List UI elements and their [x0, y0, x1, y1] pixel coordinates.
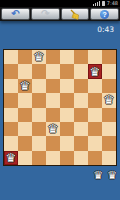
board-cell-r0c7[interactable]: [102, 50, 116, 64]
board-cell-r3c7[interactable]: ♛: [102, 93, 116, 107]
board-cell-r2c3[interactable]: [46, 79, 60, 93]
board-cell-r5c1[interactable]: [18, 122, 32, 136]
board-cell-r6c0[interactable]: [4, 136, 18, 150]
clear-board-button[interactable]: [61, 8, 90, 20]
timer: 0:43: [97, 25, 114, 34]
status-bar: 7:48: [0, 0, 120, 7]
board-cell-r4c7[interactable]: [102, 108, 116, 122]
board-cell-r1c0[interactable]: [4, 64, 18, 78]
board-cell-r2c5[interactable]: [74, 79, 88, 93]
queen-icon: ♛: [34, 50, 45, 64]
board-cell-r3c5[interactable]: [74, 93, 88, 107]
board-cell-r5c0[interactable]: [4, 122, 18, 136]
board-cell-r1c1[interactable]: [18, 64, 32, 78]
board-cell-r1c7[interactable]: [102, 64, 116, 78]
board-cell-r0c6[interactable]: [88, 50, 102, 64]
board-cell-r1c4[interactable]: [60, 64, 74, 78]
board-cell-r7c0[interactable]: ♛: [4, 151, 18, 165]
board-cell-r5c5[interactable]: [74, 122, 88, 136]
queen-icon: ♛: [104, 93, 115, 107]
battery-icon: [102, 1, 105, 6]
board-cell-r4c5[interactable]: [74, 108, 88, 122]
board-cell-r7c7[interactable]: [102, 151, 116, 165]
board-cell-r1c3[interactable]: [46, 64, 60, 78]
board-cell-r2c2[interactable]: [32, 79, 46, 93]
board-cell-r4c1[interactable]: [18, 108, 32, 122]
signal-icon: [93, 1, 100, 6]
board-cell-r3c2[interactable]: [32, 93, 46, 107]
app-screen: 7:48 ↶ ↷ ? 0:43 ♛♛♛♛♛♛ ♛♛: [0, 0, 120, 200]
board-cell-r6c3[interactable]: [46, 136, 60, 150]
board-cell-r4c2[interactable]: [32, 108, 46, 122]
board-cell-r5c7[interactable]: [102, 122, 116, 136]
board-cell-r7c6[interactable]: [88, 151, 102, 165]
board-cell-r0c4[interactable]: [60, 50, 74, 64]
board-cell-r3c0[interactable]: [4, 93, 18, 107]
board-cell-r5c3[interactable]: ♛: [46, 122, 60, 136]
redo-button[interactable]: ↷: [31, 8, 60, 20]
board-cell-r3c1[interactable]: [18, 93, 32, 107]
queen-icon: ♛: [6, 151, 17, 165]
board-cell-r2c0[interactable]: [4, 79, 18, 93]
redo-icon: ↷: [41, 9, 49, 19]
queen-icon: ♛: [48, 122, 59, 136]
board-cell-r6c2[interactable]: [32, 136, 46, 150]
board-cell-r0c1[interactable]: [18, 50, 32, 64]
queen-tray: ♛♛: [0, 167, 117, 183]
board-cell-r3c4[interactable]: [60, 93, 74, 107]
board-cell-r4c0[interactable]: [4, 108, 18, 122]
board-cell-r1c2[interactable]: [32, 64, 46, 78]
help-icon: ?: [100, 10, 109, 19]
board-cell-r0c3[interactable]: [46, 50, 60, 64]
board-cell-r7c5[interactable]: [74, 151, 88, 165]
toolbar: ↶ ↷ ?: [0, 7, 120, 21]
status-clock: 7:48: [107, 0, 118, 7]
board-cell-r4c3[interactable]: [46, 108, 60, 122]
board-cell-r6c1[interactable]: [18, 136, 32, 150]
board-cell-r3c3[interactable]: [46, 93, 60, 107]
board: ♛♛♛♛♛♛: [3, 49, 117, 166]
board-cell-r6c7[interactable]: [102, 136, 116, 150]
board-cell-r2c7[interactable]: [102, 79, 116, 93]
board-cell-r7c1[interactable]: [18, 151, 32, 165]
tray-queen-icon[interactable]: ♛: [93, 169, 103, 182]
board-cell-r6c6[interactable]: [88, 136, 102, 150]
undo-icon: ↶: [11, 9, 19, 19]
board-cell-r0c5[interactable]: [74, 50, 88, 64]
help-button[interactable]: ?: [90, 8, 119, 20]
tray-queen-icon[interactable]: ♛: [107, 169, 117, 182]
board-cell-r5c6[interactable]: [88, 122, 102, 136]
board-cell-r1c6[interactable]: ♛: [88, 64, 102, 78]
board-cell-r6c5[interactable]: [74, 136, 88, 150]
board-cell-r0c2[interactable]: ♛: [32, 50, 46, 64]
board-cell-r4c4[interactable]: [60, 108, 74, 122]
undo-button[interactable]: ↶: [1, 8, 30, 20]
board-cell-r3c6[interactable]: [88, 93, 102, 107]
board-cell-r5c4[interactable]: [60, 122, 74, 136]
board-cell-r2c1[interactable]: ♛: [18, 79, 32, 93]
board-cell-r7c2[interactable]: [32, 151, 46, 165]
board-cell-r2c4[interactable]: [60, 79, 74, 93]
board-cell-r1c5[interactable]: [74, 64, 88, 78]
board-cell-r2c6[interactable]: [88, 79, 102, 93]
board-cell-r7c4[interactable]: [60, 151, 74, 165]
broom-icon: [69, 9, 80, 20]
board-cell-r6c4[interactable]: [60, 136, 74, 150]
queen-icon: ♛: [90, 65, 101, 79]
queen-icon: ♛: [20, 79, 31, 93]
board-cell-r5c2[interactable]: [32, 122, 46, 136]
board-cell-r7c3[interactable]: [46, 151, 60, 165]
board-cell-r0c0[interactable]: [4, 50, 18, 64]
board-cell-r4c6[interactable]: [88, 108, 102, 122]
